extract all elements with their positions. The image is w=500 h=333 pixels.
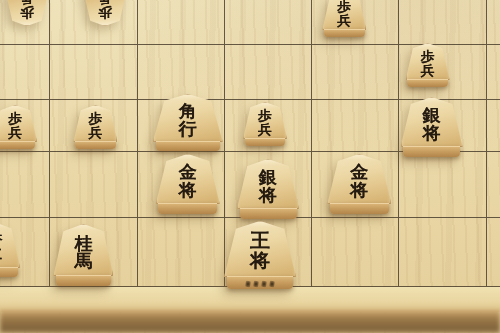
- maker-mark: [246, 281, 275, 287]
- board-cell[interactable]: [399, 152, 486, 218]
- board-cell[interactable]: [312, 100, 399, 152]
- piece-kanji: 銀将: [401, 98, 463, 142]
- piece-front-face: [0, 267, 18, 277]
- board-cell[interactable]: 歩兵: [312, 0, 399, 45]
- board-cell[interactable]: 王将: [225, 218, 312, 287]
- board-cell[interactable]: 歩兵: [50, 0, 137, 45]
- board-cell[interactable]: 銀将: [225, 152, 312, 218]
- piece-silver-general[interactable]: 銀将: [401, 97, 463, 157]
- piece-front-face: [330, 203, 389, 214]
- board-cell[interactable]: 歩兵: [50, 100, 137, 152]
- piece-kanji: 歩兵: [0, 106, 37, 141]
- piece-pawn[interactable]: 歩兵: [322, 0, 366, 37]
- piece-kanji: 金将: [327, 155, 391, 199]
- board-cell[interactable]: [312, 45, 399, 100]
- piece-kanji: 歩兵: [406, 44, 450, 79]
- piece-gold-general[interactable]: 金将: [156, 154, 220, 214]
- board-cell[interactable]: [399, 218, 486, 287]
- board-cell[interactable]: [487, 0, 500, 45]
- board-cell[interactable]: 金将: [312, 152, 399, 218]
- piece-kanji: 歩兵: [5, 0, 49, 25]
- piece-front-face: [227, 276, 293, 289]
- board-cell[interactable]: [138, 0, 225, 45]
- board-cell[interactable]: 香車: [0, 218, 50, 287]
- piece-front-face: [0, 141, 35, 149]
- piece-kanji: 香車: [0, 223, 20, 263]
- piece-knight[interactable]: 桂馬: [53, 224, 113, 286]
- piece-kanji: 歩兵: [73, 106, 117, 141]
- piece-front-face: [158, 203, 217, 214]
- board-cell[interactable]: 歩兵: [0, 0, 50, 45]
- piece-pawn[interactable]: 歩兵: [0, 105, 37, 149]
- piece-pawn[interactable]: 歩兵: [243, 102, 287, 146]
- board-cell[interactable]: [487, 45, 500, 100]
- board-cell[interactable]: 歩兵: [399, 45, 486, 100]
- piece-kanji: 金将: [156, 155, 220, 199]
- board-cell[interactable]: 銀将: [399, 100, 486, 152]
- piece-front-face: [156, 141, 220, 151]
- piece-kanji: 桂馬: [53, 225, 113, 270]
- piece-pawn[interactable]: 歩兵: [5, 0, 49, 26]
- shogi-board-photo: 歩兵歩兵歩兵歩兵歩兵歩兵角行歩兵銀将金将銀将金将香車桂馬王将: [0, 0, 500, 333]
- board-cell[interactable]: [399, 0, 486, 45]
- piece-pawn[interactable]: 歩兵: [73, 105, 117, 149]
- board-cell[interactable]: [0, 45, 50, 100]
- board-cell[interactable]: [138, 218, 225, 287]
- piece-front-face: [56, 275, 111, 286]
- piece-kanji: 歩兵: [243, 103, 287, 138]
- piece-kanji: 歩兵: [322, 0, 366, 28]
- piece-front-face: [324, 29, 364, 37]
- board-cell[interactable]: [487, 152, 500, 218]
- piece-front-face: [75, 141, 115, 149]
- board-cell[interactable]: [487, 100, 500, 152]
- piece-kanji: 王将: [224, 222, 296, 271]
- piece-kanji: 角行: [153, 95, 223, 138]
- board-cell[interactable]: [50, 45, 137, 100]
- piece-kanji: 歩兵: [83, 0, 127, 25]
- board-cell[interactable]: 角行: [138, 100, 225, 152]
- board-cell[interactable]: 金将: [138, 152, 225, 218]
- board-cell[interactable]: [225, 45, 312, 100]
- piece-gold-general[interactable]: 金将: [327, 154, 391, 214]
- piece-pawn[interactable]: 歩兵: [406, 43, 450, 87]
- piece-lance[interactable]: 香車: [0, 222, 20, 277]
- board-cell[interactable]: 桂馬: [50, 218, 137, 287]
- board-cell[interactable]: [487, 218, 500, 287]
- piece-front-face: [407, 79, 447, 87]
- board-cell[interactable]: [312, 218, 399, 287]
- board-front-margin: [0, 287, 500, 312]
- piece-silver-general[interactable]: 銀将: [237, 159, 299, 219]
- piece-king[interactable]: 王将: [224, 221, 296, 289]
- board-cell[interactable]: 歩兵: [0, 100, 50, 152]
- piece-front-face: [245, 138, 285, 146]
- board-cell[interactable]: [225, 0, 312, 45]
- piece-pawn[interactable]: 歩兵: [83, 0, 127, 26]
- board-front-edge: [0, 310, 500, 333]
- shogi-board-grid: 歩兵歩兵歩兵歩兵歩兵歩兵角行歩兵銀将金将銀将金将香車桂馬王将: [0, 0, 500, 287]
- board-cell[interactable]: 歩兵: [225, 100, 312, 152]
- piece-kanji: 銀将: [237, 160, 299, 204]
- piece-bishop[interactable]: 角行: [153, 94, 223, 151]
- board-cell[interactable]: [50, 152, 137, 218]
- board-cell[interactable]: [138, 45, 225, 100]
- board-cell[interactable]: [0, 152, 50, 218]
